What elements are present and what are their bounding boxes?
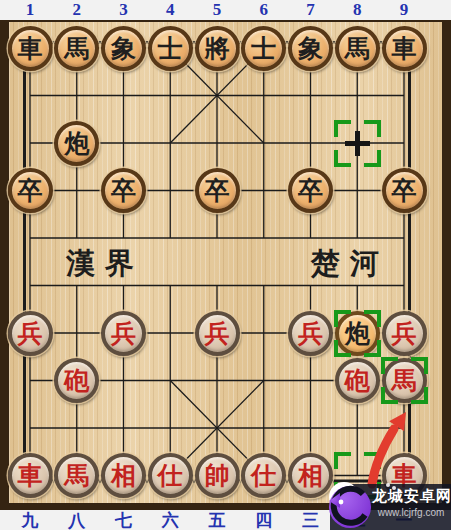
piece-red-advisor-right[interactable]: 仕 — [241, 453, 286, 498]
piece-black-cannon-left[interactable]: 炮 — [54, 121, 99, 166]
watermark-url: www.lcjrfg.com — [372, 507, 450, 518]
file-label-top-2: 2 — [65, 0, 89, 20]
file-label-bottom-6: 六 — [158, 511, 182, 530]
xiangqi-app-screen: 漢界 楚河 123456789 九八七六五四三二一 車馬象士將士象馬車炮卒卒卒卒… — [0, 0, 451, 530]
file-label-top-4: 4 — [158, 0, 182, 20]
piece-red-chariot-left[interactable]: 車 — [8, 453, 53, 498]
arrow-spark-dot — [392, 486, 396, 490]
piece-red-soldier-1[interactable]: 兵 — [382, 311, 427, 356]
file-label-bottom-8: 八 — [65, 511, 89, 530]
file-label-top-8: 8 — [345, 0, 369, 20]
file-label-top-5: 5 — [205, 0, 229, 20]
piece-black-soldier-5[interactable]: 卒 — [195, 168, 240, 213]
piece-black-cannon-right[interactable]: 炮 — [335, 311, 380, 356]
file-label-top-3: 3 — [112, 0, 136, 20]
piece-black-horse-right[interactable]: 馬 — [335, 26, 380, 71]
file-label-bottom-4: 四 — [252, 511, 276, 530]
piece-black-soldier-7[interactable]: 卒 — [288, 168, 333, 213]
file-label-bottom-9: 九 — [18, 511, 42, 530]
piece-black-advisor-left[interactable]: 士 — [148, 26, 193, 71]
piece-red-horse-right[interactable]: 馬 — [382, 358, 427, 403]
piece-black-soldier-1[interactable]: 卒 — [8, 168, 53, 213]
piece-red-horse-left[interactable]: 馬 — [54, 453, 99, 498]
piece-black-soldier-9[interactable]: 卒 — [382, 168, 427, 213]
dragon-logo-icon — [326, 482, 374, 530]
piece-black-chariot-left[interactable]: 車 — [8, 26, 53, 71]
watermark: 龙城安卓网 www.lcjrfg.com — [330, 484, 451, 530]
file-label-bottom-3: 三 — [299, 511, 323, 530]
piece-red-soldier-3[interactable]: 兵 — [288, 311, 333, 356]
piece-red-advisor-left[interactable]: 仕 — [148, 453, 193, 498]
river-label-left: 漢界 — [66, 244, 144, 284]
piece-black-elephant-left[interactable]: 象 — [101, 26, 146, 71]
arrow-spark-dot — [386, 483, 390, 487]
watermark-title: 龙城安卓网 — [372, 487, 450, 506]
file-label-bottom-7: 七 — [112, 511, 136, 530]
piece-red-cannon-left[interactable]: 砲 — [54, 358, 99, 403]
piece-black-general[interactable]: 將 — [195, 26, 240, 71]
piece-red-elephant-left[interactable]: 相 — [101, 453, 146, 498]
watermark-text: 龙城安卓网 www.lcjrfg.com — [372, 487, 450, 518]
piece-red-soldier-5[interactable]: 兵 — [195, 311, 240, 356]
file-label-top-7: 7 — [299, 0, 323, 20]
file-label-top-1: 1 — [18, 0, 42, 20]
piece-red-cannon-right[interactable]: 砲 — [335, 358, 380, 403]
river-label-right: 楚河 — [311, 244, 389, 284]
piece-black-soldier-3[interactable]: 卒 — [101, 168, 146, 213]
piece-red-soldier-7[interactable]: 兵 — [101, 311, 146, 356]
file-label-bottom-5: 五 — [205, 511, 229, 530]
piece-black-chariot-right[interactable]: 車 — [382, 26, 427, 71]
file-label-top-6: 6 — [252, 0, 276, 20]
piece-red-general[interactable]: 帥 — [195, 453, 240, 498]
piece-black-advisor-right[interactable]: 士 — [241, 26, 286, 71]
file-label-top-9: 9 — [392, 0, 416, 20]
piece-red-soldier-9[interactable]: 兵 — [8, 311, 53, 356]
piece-black-elephant-right[interactable]: 象 — [288, 26, 333, 71]
piece-black-horse-left[interactable]: 馬 — [54, 26, 99, 71]
